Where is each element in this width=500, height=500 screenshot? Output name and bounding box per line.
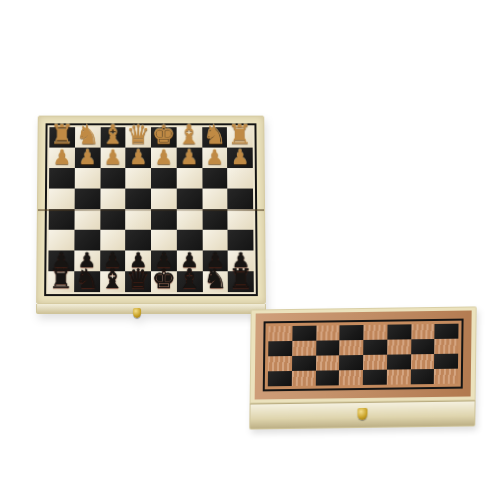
piece-white-pawn: ♟ xyxy=(53,148,72,168)
box-square-r1-c6 xyxy=(387,324,411,339)
piece-white-pawn: ♟ xyxy=(129,148,148,168)
square-e4 xyxy=(151,209,177,230)
square-f5 xyxy=(176,189,202,210)
square-e8: ♚ xyxy=(151,127,176,147)
square-e2: ♟ xyxy=(151,250,177,271)
piece-white-queen: ♛ xyxy=(126,121,150,147)
square-g5 xyxy=(202,189,228,210)
square-h6 xyxy=(227,168,253,189)
box-square-r2-c8 xyxy=(434,339,458,354)
square-f4 xyxy=(177,209,203,230)
square-a3 xyxy=(49,230,75,251)
piece-white-pawn: ♟ xyxy=(205,148,224,168)
square-g3 xyxy=(202,230,228,251)
square-a1: ♜ xyxy=(48,271,74,292)
square-b3 xyxy=(74,230,100,251)
square-c2: ♟ xyxy=(100,250,126,271)
piece-black-pawn: ♟ xyxy=(77,250,96,271)
square-h3 xyxy=(228,230,254,251)
square-e6 xyxy=(151,168,176,189)
box-square-r3-c6 xyxy=(387,354,411,369)
box-square-r1-c7 xyxy=(411,324,435,339)
square-b6 xyxy=(75,168,101,189)
square-g2: ♟ xyxy=(202,250,228,271)
square-g4 xyxy=(202,209,228,230)
square-c8: ♝ xyxy=(100,127,125,147)
square-a6 xyxy=(49,168,75,189)
box-square-r3-c8 xyxy=(434,354,458,369)
open-board-frame: ♜♞♝♛♚♝♞♜♟♟♟♟♟♟♟♟♟♟♟♟♟♟♟♟♜♞♝♛♚♝♞♜ xyxy=(36,116,266,304)
square-a8: ♜ xyxy=(49,127,75,147)
box-square-r2-c1 xyxy=(268,341,292,356)
box-square-r4-c4 xyxy=(339,370,363,385)
square-g7: ♟ xyxy=(202,148,228,168)
square-f7: ♟ xyxy=(176,148,201,168)
square-e3 xyxy=(151,230,177,251)
piece-white-pawn: ♟ xyxy=(78,148,97,168)
piece-black-pawn: ♟ xyxy=(52,250,71,271)
piece-white-bishop: ♝ xyxy=(177,121,201,147)
box-square-r2-c5 xyxy=(363,340,387,355)
box-square-r1-c8 xyxy=(435,324,459,339)
hinge-seam xyxy=(38,209,264,211)
square-g1: ♞ xyxy=(202,271,228,292)
open-chess-board: ♜♞♝♛♚♝♞♜♟♟♟♟♟♟♟♟♟♟♟♟♟♟♟♟♜♞♝♛♚♝♞♜ xyxy=(36,116,266,314)
box-square-r3-c3 xyxy=(315,355,339,370)
box-square-r1-c4 xyxy=(340,325,364,340)
box-square-r3-c4 xyxy=(339,355,363,370)
piece-black-pawn: ♟ xyxy=(231,250,250,271)
square-h8: ♜ xyxy=(227,127,253,147)
closed-box-front-side xyxy=(249,400,475,429)
square-h4 xyxy=(228,209,254,230)
box-square-r2-c2 xyxy=(292,341,316,356)
box-square-r4-c6 xyxy=(387,369,411,384)
box-square-r2-c7 xyxy=(411,339,435,354)
square-e7: ♟ xyxy=(151,148,176,168)
piece-white-rook: ♜ xyxy=(228,121,252,147)
box-square-r4-c8 xyxy=(434,369,458,384)
box-square-r3-c2 xyxy=(292,356,316,371)
closed-box-clasp xyxy=(357,408,367,420)
square-d6 xyxy=(126,168,151,189)
square-b8: ♞ xyxy=(75,127,100,147)
square-d3 xyxy=(125,230,151,251)
piece-white-king: ♚ xyxy=(152,121,176,147)
open-board-front-edge xyxy=(36,304,266,314)
square-d1: ♛ xyxy=(125,271,151,292)
closed-chess-box xyxy=(249,306,476,429)
box-square-r3-c7 xyxy=(410,354,434,369)
square-h7: ♟ xyxy=(227,148,253,168)
box-square-r4-c7 xyxy=(410,369,434,384)
closed-box-lid-margin xyxy=(255,310,472,399)
square-e1: ♚ xyxy=(151,271,177,292)
piece-white-pawn: ♟ xyxy=(180,148,199,168)
square-d2: ♟ xyxy=(125,250,151,271)
square-c5 xyxy=(100,189,126,210)
box-square-r4-c3 xyxy=(315,370,339,385)
box-square-r1-c3 xyxy=(316,325,340,340)
piece-white-knight: ♞ xyxy=(202,121,226,147)
square-a7: ♟ xyxy=(49,148,75,168)
square-a2: ♟ xyxy=(48,250,74,271)
box-square-r4-c1 xyxy=(268,371,292,386)
square-d4 xyxy=(125,209,151,230)
closed-box-lid xyxy=(250,306,477,403)
square-h1: ♜ xyxy=(228,271,254,292)
square-a4 xyxy=(49,209,75,230)
box-square-r1-c1 xyxy=(268,326,292,341)
square-c4 xyxy=(100,209,126,230)
box-square-r4-c5 xyxy=(363,370,387,385)
square-b5 xyxy=(74,189,100,210)
product-photo-scene: ♜♞♝♛♚♝♞♜♟♟♟♟♟♟♟♟♟♟♟♟♟♟♟♟♜♞♝♛♚♝♞♜ xyxy=(0,0,500,500)
piece-black-pawn: ♟ xyxy=(103,250,122,271)
piece-white-knight: ♞ xyxy=(76,121,100,147)
box-square-r2-c3 xyxy=(316,340,340,355)
square-g6 xyxy=(202,168,228,189)
square-h2: ♟ xyxy=(228,250,254,271)
square-f8: ♝ xyxy=(176,127,201,147)
square-h5 xyxy=(227,189,253,210)
piece-black-pawn: ♟ xyxy=(129,250,148,271)
piece-black-pawn: ♟ xyxy=(206,250,225,271)
square-c7: ♟ xyxy=(100,148,125,168)
piece-white-bishop: ♝ xyxy=(101,121,125,147)
square-d8: ♛ xyxy=(126,127,151,147)
closed-box-border-line xyxy=(263,319,464,392)
square-e5 xyxy=(151,189,177,210)
box-square-r1-c2 xyxy=(292,326,316,341)
square-b7: ♟ xyxy=(75,148,101,168)
piece-white-pawn: ♟ xyxy=(154,148,173,168)
square-f1: ♝ xyxy=(177,271,203,292)
piece-white-rook: ♜ xyxy=(50,121,74,147)
piece-black-pawn: ♟ xyxy=(180,250,199,271)
piece-black-pawn: ♟ xyxy=(154,250,173,271)
square-c3 xyxy=(100,230,126,251)
square-a5 xyxy=(49,189,75,210)
box-square-r3-c5 xyxy=(363,355,387,370)
square-g8: ♞ xyxy=(202,127,227,147)
square-f3 xyxy=(177,230,203,251)
closed-box-grid xyxy=(268,324,459,387)
piece-white-pawn: ♟ xyxy=(104,148,123,168)
square-b1: ♞ xyxy=(74,271,100,292)
box-square-r4-c2 xyxy=(292,371,316,386)
square-b4 xyxy=(74,209,100,230)
open-board-clasp xyxy=(133,308,141,318)
square-b2: ♟ xyxy=(74,250,100,271)
square-d7: ♟ xyxy=(126,148,151,168)
square-c1: ♝ xyxy=(100,271,126,292)
box-square-r2-c6 xyxy=(387,339,411,354)
piece-white-pawn: ♟ xyxy=(231,148,250,168)
box-square-r1-c5 xyxy=(363,325,387,340)
square-f6 xyxy=(176,168,202,189)
square-d5 xyxy=(125,189,151,210)
square-c6 xyxy=(100,168,126,189)
square-f2: ♟ xyxy=(177,250,203,271)
box-square-r2-c4 xyxy=(339,340,363,355)
box-square-r3-c1 xyxy=(268,356,292,371)
